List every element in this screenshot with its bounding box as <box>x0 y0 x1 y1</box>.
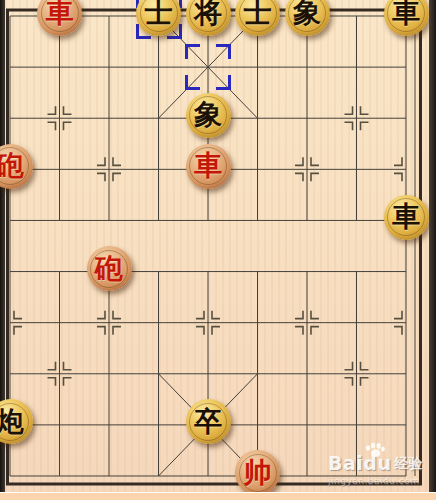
piece-black-advisor[interactable]: 士 <box>235 0 280 36</box>
piece-red-general[interactable]: 帅 <box>235 450 280 495</box>
xiangqi-board[interactable]: 車士将士象車象砲車車砲炮卒帅 <box>0 0 436 500</box>
piece-glyph: 砲 <box>0 152 24 180</box>
xiangqi-game-screen: 車士将士象車象砲車車砲炮卒帅 Baidu 经验 jingyan.baidu.co… <box>0 0 436 500</box>
paw-icon <box>364 442 386 458</box>
piece-black-soldier[interactable]: 卒 <box>186 399 231 444</box>
piece-glyph: 象 <box>194 101 222 129</box>
piece-glyph: 象 <box>293 0 321 27</box>
piece-red-chariot[interactable]: 車 <box>37 0 82 36</box>
piece-glyph: 炮 <box>0 408 24 436</box>
bottom-strip <box>0 492 436 500</box>
right-edge-shadow <box>429 0 436 492</box>
piece-glyph: 士 <box>244 0 272 27</box>
piece-black-cannon[interactable]: 炮 <box>0 399 33 444</box>
last-move-marker <box>183 42 233 93</box>
watermark-row: Baidu 经验 <box>328 444 432 474</box>
board-grid: 車士将士象車象砲車車砲炮卒帅 <box>0 0 431 500</box>
piece-black-advisor[interactable]: 士 <box>136 0 181 36</box>
piece-glyph: 将 <box>194 0 222 27</box>
piece-black-general[interactable]: 将 <box>186 0 231 36</box>
piece-glyph: 車 <box>392 0 420 27</box>
piece-glyph: 砲 <box>95 255 123 283</box>
piece-glyph: 車 <box>46 0 74 27</box>
baidu-watermark: Baidu 经验 jingyan.baidu.com <box>328 444 432 486</box>
piece-red-chariot[interactable]: 車 <box>186 144 231 189</box>
watermark-subtext: jingyan.baidu.com <box>328 476 432 486</box>
piece-red-cannon[interactable]: 砲 <box>87 246 132 291</box>
watermark-suffix: 经验 <box>394 455 422 474</box>
piece-glyph: 帅 <box>244 459 272 487</box>
piece-glyph: 車 <box>194 152 222 180</box>
piece-red-cannon[interactable]: 砲 <box>0 144 33 189</box>
piece-black-chariot[interactable]: 車 <box>384 0 429 36</box>
piece-glyph: 卒 <box>194 408 222 436</box>
piece-black-chariot[interactable]: 車 <box>384 195 429 240</box>
piece-glyph: 士 <box>145 0 173 27</box>
piece-black-elephant[interactable]: 象 <box>285 0 330 36</box>
piece-black-elephant[interactable]: 象 <box>186 93 231 138</box>
piece-glyph: 車 <box>392 203 420 231</box>
